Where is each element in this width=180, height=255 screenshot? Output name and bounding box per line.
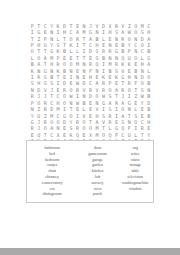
word-list-column-1: bathroombedbedroomcarpetchairchimneycons… [27,145,77,202]
worksheet-page: PTCYKDTENJVDXRVZOMCIGENIHCAMGNIHSAWOSHTZ… [0,0,180,255]
word-list-item: porch [93,191,102,197]
word-list-item: window [129,186,142,192]
word-list-box: bathroombedbedroomcarpetchairchimneycons… [26,140,154,203]
bottom-gray-strip [0,248,180,255]
word-search-grid: PTCYKDTENJVDXRVZOMCIGENIHCAMGNIHSAWOSHTZ… [29,23,152,145]
word-list-item: diningroom [43,191,62,197]
word-list-column-2: doorgamesroomgaragegardenkitchenloftnurs… [77,145,117,202]
word-list-column-3: rugsetteestairsstoragetabletelevisionwas… [118,145,153,202]
